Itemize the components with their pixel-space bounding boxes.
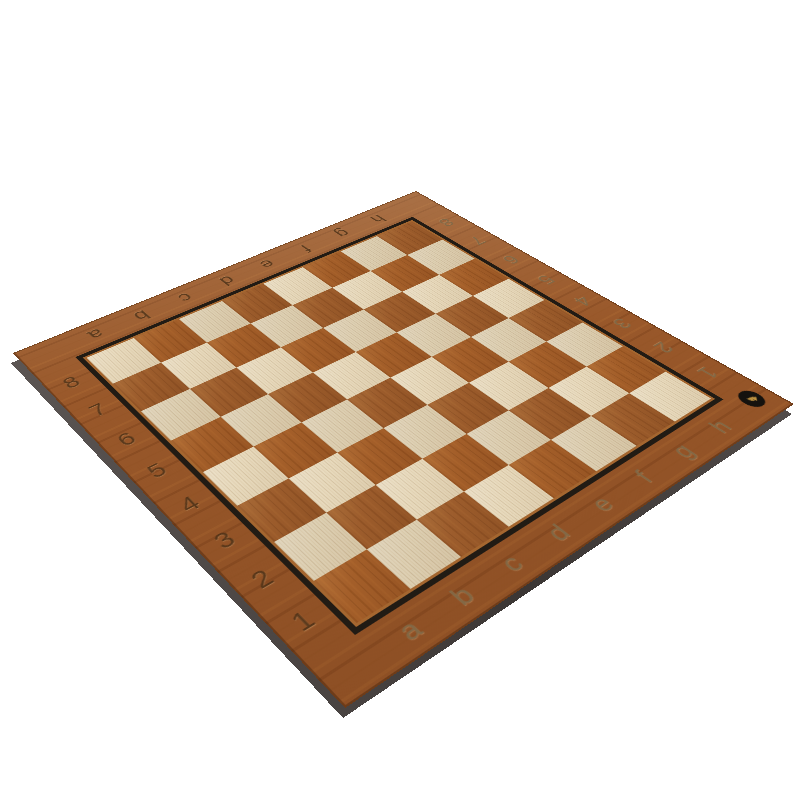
coord-label-south-g: g (665, 439, 701, 462)
coord-label-south-f: f (628, 466, 659, 487)
coord-label-north-a: a (83, 325, 109, 343)
coord-label-south-d: d (540, 519, 578, 546)
coord-label-east-7: 7 (465, 234, 491, 248)
coord-label-east-8: 8 (434, 216, 459, 229)
coord-label-west-5: 5 (142, 459, 173, 483)
coord-label-north-f: f (296, 242, 316, 254)
chess-board: ♞ 87654321abcdefghabcdefgh87654321 (13, 191, 794, 708)
coord-label-east-5: 5 (532, 272, 560, 287)
coord-label-west-6: 6 (112, 428, 141, 450)
squares-grid (86, 222, 711, 623)
coord-label-south-a: a (391, 614, 430, 647)
knight-logo-icon: ♞ (744, 395, 760, 403)
coord-label-east-4: 4 (568, 293, 597, 309)
coord-label-west-4: 4 (174, 492, 206, 518)
coord-label-north-d: d (215, 273, 240, 288)
coord-label-north-g: g (330, 226, 355, 240)
coord-label-south-e: e (584, 491, 621, 517)
coord-label-east-3: 3 (607, 315, 637, 332)
coord-label-east-1: 1 (691, 363, 724, 382)
coord-label-west-3: 3 (208, 527, 242, 555)
coord-label-north-b: b (129, 307, 154, 324)
coord-label-south-c: c (494, 549, 531, 577)
coord-label-south-h: h (703, 416, 738, 438)
coord-label-west-8: 8 (58, 373, 85, 393)
coord-label-north-h: h (366, 212, 390, 225)
coord-label-east-6: 6 (497, 252, 524, 267)
coord-label-east-2: 2 (648, 338, 680, 356)
coord-label-north-e: e (255, 257, 280, 272)
coord-label-north-c: c (173, 290, 197, 306)
coord-label-west-7: 7 (84, 400, 112, 421)
brand-logo-oval: ♞ (734, 388, 770, 410)
playing-area-border (75, 217, 723, 635)
coord-label-south-b: b (443, 581, 482, 612)
coord-label-west-2: 2 (245, 564, 280, 594)
scene: ♞ 87654321abcdefghabcdefgh87654321 (0, 0, 800, 800)
coord-label-west-1: 1 (285, 605, 322, 637)
